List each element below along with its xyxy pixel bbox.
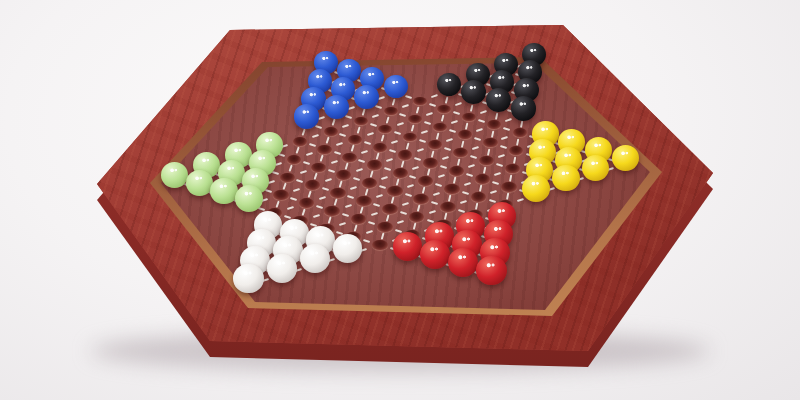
lattice-dash xyxy=(449,129,456,133)
hole[interactable] xyxy=(354,117,368,126)
lattice-dash xyxy=(296,179,303,183)
lattice-dash xyxy=(469,104,473,111)
lattice-dash xyxy=(313,172,317,179)
lattice-dash xyxy=(389,149,396,153)
lattice-dash xyxy=(412,222,416,229)
lattice-dash xyxy=(417,204,421,211)
lattice-dash xyxy=(416,148,423,152)
lattice-dash xyxy=(448,194,452,201)
lattice-dash xyxy=(428,210,435,214)
lattice-dash xyxy=(410,124,414,131)
lattice-dash xyxy=(431,94,438,98)
lattice-dash xyxy=(368,221,375,225)
marble-white[interactable] xyxy=(267,254,297,283)
lattice-dash xyxy=(295,147,300,154)
lattice-dash xyxy=(342,124,349,128)
lattice-dash xyxy=(468,164,475,168)
lattice-dash xyxy=(327,216,331,223)
lattice-dash xyxy=(444,147,451,151)
lattice-dash xyxy=(345,115,352,119)
hole[interactable] xyxy=(342,153,357,162)
marble-red[interactable] xyxy=(476,256,506,285)
lattice-dash xyxy=(426,112,433,116)
lattice-dash xyxy=(501,136,508,140)
hole[interactable] xyxy=(373,143,387,152)
hole[interactable] xyxy=(413,97,427,105)
lattice-dash xyxy=(465,122,469,129)
lattice-dash xyxy=(376,194,383,198)
lattice-dash xyxy=(344,162,348,169)
lattice-dash xyxy=(503,127,510,131)
lattice-dash xyxy=(380,232,384,239)
lattice-dash xyxy=(375,152,379,159)
lattice-dash xyxy=(386,158,393,162)
lattice-dash xyxy=(409,175,416,179)
lattice-dash xyxy=(353,177,360,181)
marble-white[interactable] xyxy=(233,264,263,293)
lattice-dash xyxy=(391,140,398,144)
hole[interactable] xyxy=(382,204,398,214)
lattice-dash xyxy=(369,123,376,127)
lattice-dash xyxy=(516,138,520,145)
lattice-dash xyxy=(275,201,280,208)
lattice-dash xyxy=(350,144,354,151)
lattice-dash xyxy=(364,141,371,145)
lattice-dash xyxy=(319,196,326,200)
hole[interactable] xyxy=(505,164,520,173)
lattice-dash xyxy=(301,129,306,136)
lattice-dash xyxy=(371,212,378,216)
lattice-dash xyxy=(520,120,524,127)
lattice-dash xyxy=(312,134,319,138)
hole[interactable] xyxy=(408,115,422,124)
hole[interactable] xyxy=(299,198,315,208)
lattice-dash xyxy=(372,114,379,118)
marble-black[interactable] xyxy=(486,88,511,112)
lattice-dash xyxy=(381,176,388,180)
lattice-dash xyxy=(402,202,409,206)
lattice-dash xyxy=(385,214,389,221)
lattice-dash xyxy=(412,166,419,170)
lattice-dash xyxy=(505,192,509,199)
marble-black[interactable] xyxy=(461,80,486,104)
lattice-dash xyxy=(462,191,469,195)
hole[interactable] xyxy=(311,163,326,172)
lattice-dash xyxy=(359,206,363,213)
hole[interactable] xyxy=(483,138,497,147)
lattice-dash xyxy=(433,192,440,196)
lattice-dash xyxy=(288,165,293,172)
lattice-dash xyxy=(478,119,485,123)
lattice-dash xyxy=(315,125,322,129)
lattice-dash xyxy=(378,185,385,189)
lattice-dash xyxy=(464,182,471,186)
lattice-dash xyxy=(431,201,438,205)
marble-green[interactable] xyxy=(210,178,238,205)
lattice-dash xyxy=(509,174,513,181)
lattice-dash xyxy=(466,173,473,177)
lattice-dash xyxy=(479,184,483,191)
lattice-dash xyxy=(517,198,524,202)
hole[interactable] xyxy=(403,133,417,142)
lattice-dash xyxy=(486,148,490,155)
lattice-dash xyxy=(472,146,479,150)
lattice-dash xyxy=(513,156,517,163)
lattice-dash xyxy=(316,205,323,209)
lattice-dash xyxy=(445,96,449,103)
hole[interactable] xyxy=(336,170,351,179)
lattice-dash xyxy=(391,98,395,105)
lattice-dash xyxy=(364,188,368,195)
lattice-dash xyxy=(490,130,494,137)
lattice-dash xyxy=(452,176,456,183)
hole[interactable] xyxy=(305,180,320,190)
marble-blue[interactable] xyxy=(354,85,379,109)
hole[interactable] xyxy=(453,148,468,157)
lattice-dash xyxy=(306,152,313,156)
lattice-dash xyxy=(475,202,479,209)
lattice-dash xyxy=(370,170,374,177)
lattice-dash xyxy=(375,105,382,109)
lattice-dash xyxy=(318,116,325,120)
lattice-dash xyxy=(419,139,426,143)
lattice-dash xyxy=(327,169,334,173)
lattice-dash xyxy=(301,208,305,215)
lattice-dash xyxy=(339,133,346,137)
marble-white[interactable] xyxy=(333,234,362,263)
hole[interactable] xyxy=(287,155,302,164)
lattice-dash xyxy=(384,167,391,171)
lattice-dash xyxy=(442,156,449,160)
lattice-dash xyxy=(492,181,499,185)
lattice-dash xyxy=(421,130,428,134)
hole[interactable] xyxy=(433,123,447,132)
lattice-dash xyxy=(332,118,336,125)
lattice-dash xyxy=(365,230,372,234)
lattice-dash xyxy=(282,183,287,190)
hole[interactable] xyxy=(324,127,338,136)
marble-blue[interactable] xyxy=(324,95,349,119)
lattice-dash xyxy=(505,118,512,122)
hole[interactable] xyxy=(280,173,295,182)
hole[interactable] xyxy=(444,184,459,194)
lattice-dash xyxy=(459,200,466,204)
hole[interactable] xyxy=(418,176,433,186)
lattice-dash xyxy=(461,140,465,147)
lattice-dash xyxy=(444,212,448,219)
lattice-dash xyxy=(490,190,497,194)
hole[interactable] xyxy=(387,186,402,196)
hole[interactable] xyxy=(362,178,377,188)
lattice-dash xyxy=(453,111,460,115)
hole[interactable] xyxy=(393,168,408,177)
lattice-dash xyxy=(431,150,435,157)
hole[interactable] xyxy=(440,202,456,212)
hole[interactable] xyxy=(513,128,527,137)
lattice-dash xyxy=(405,142,409,149)
hole[interactable] xyxy=(413,194,429,204)
lattice-dash xyxy=(426,168,430,175)
lattice-dash xyxy=(336,142,343,146)
hole[interactable] xyxy=(377,222,393,232)
lattice-dash xyxy=(440,114,444,121)
lattice-dash xyxy=(355,168,362,172)
lattice-dash xyxy=(319,154,323,161)
hole[interactable] xyxy=(273,190,288,200)
hole[interactable] xyxy=(487,120,501,129)
lattice-dash xyxy=(494,112,498,119)
lattice-dash xyxy=(293,188,300,192)
lattice-dash xyxy=(344,204,351,208)
lattice-dash xyxy=(394,131,401,135)
hole[interactable] xyxy=(348,135,362,144)
hole[interactable] xyxy=(501,182,516,192)
marble-red[interactable] xyxy=(448,248,478,277)
hole[interactable] xyxy=(324,206,340,216)
lattice-dash xyxy=(348,106,355,110)
lattice-dash xyxy=(470,155,477,159)
hole[interactable] xyxy=(356,196,372,206)
lattice-dash xyxy=(268,180,275,184)
lattice-dash xyxy=(435,132,439,139)
lattice-dash xyxy=(440,165,447,169)
lattice-dash xyxy=(446,138,453,142)
lattice-dash xyxy=(494,172,501,176)
lattice-dash xyxy=(424,121,431,125)
lattice-dash xyxy=(363,239,370,243)
lattice-dash xyxy=(339,222,346,226)
lattice-dash xyxy=(428,103,435,107)
hole[interactable] xyxy=(367,160,382,169)
lattice-dash xyxy=(483,166,487,173)
lattice-dash xyxy=(474,137,481,141)
lattice-dash xyxy=(347,195,354,199)
lattice-dash xyxy=(265,189,272,193)
lattice-dash xyxy=(303,161,310,165)
lattice-dash xyxy=(350,186,357,190)
lattice-dash xyxy=(290,197,297,201)
hole[interactable] xyxy=(409,212,425,222)
marble-white[interactable] xyxy=(300,244,330,273)
marble-green[interactable] xyxy=(186,170,213,196)
marble-yellow[interactable] xyxy=(612,145,639,171)
lattice-dash xyxy=(307,190,311,197)
lattice-dash xyxy=(396,122,403,126)
lattice-dash xyxy=(488,199,495,203)
lattice-dash xyxy=(402,104,409,108)
lattice-dash xyxy=(404,95,411,99)
lattice-dash xyxy=(390,196,394,203)
lattice-dash xyxy=(435,183,442,187)
lattice-dash xyxy=(380,134,384,141)
hole[interactable] xyxy=(449,166,464,175)
lattice-dash xyxy=(496,163,503,167)
lattice-dash xyxy=(333,198,337,205)
lattice-dash xyxy=(326,136,330,143)
lattice-dash xyxy=(356,126,360,133)
lattice-dash xyxy=(367,132,374,136)
lattice-dash xyxy=(498,154,505,158)
hole[interactable] xyxy=(458,130,472,139)
hole[interactable] xyxy=(462,113,476,122)
lattice-dash xyxy=(397,220,404,224)
lattice-dash xyxy=(414,157,421,161)
hole[interactable] xyxy=(398,150,413,159)
hole[interactable] xyxy=(330,188,345,198)
lattice-dash xyxy=(404,193,411,197)
lattice-dash xyxy=(309,143,316,147)
lattice-dash xyxy=(342,213,349,217)
hole[interactable] xyxy=(378,125,392,134)
marble-yellow[interactable] xyxy=(582,155,609,181)
hole[interactable] xyxy=(384,107,398,115)
hole[interactable] xyxy=(437,105,451,113)
lattice-dash xyxy=(299,170,306,174)
hole[interactable] xyxy=(293,137,307,146)
hole[interactable] xyxy=(423,158,438,167)
lattice-dash xyxy=(400,211,407,215)
lattice-dash xyxy=(313,214,320,218)
lattice-dash xyxy=(386,116,390,123)
lattice-dash xyxy=(500,145,507,149)
lattice-dash xyxy=(415,106,419,113)
lattice-dash xyxy=(324,178,331,182)
hole[interactable] xyxy=(372,240,388,251)
lattice-dash xyxy=(437,174,444,178)
marble-yellow[interactable] xyxy=(522,175,550,202)
lattice-dash xyxy=(330,160,337,164)
lattice-dash xyxy=(362,108,366,115)
lattice-dash xyxy=(422,186,426,193)
hole[interactable] xyxy=(351,214,367,224)
lattice-dash xyxy=(322,187,329,191)
hole-and-marble-layer xyxy=(0,0,800,400)
lattice-dash xyxy=(455,102,462,106)
lattice-dash xyxy=(354,224,358,231)
lattice-dash xyxy=(407,184,414,188)
lattice-dash xyxy=(480,110,487,114)
hole[interactable] xyxy=(475,174,490,184)
marble-red[interactable] xyxy=(420,240,450,269)
lattice-dash xyxy=(339,180,343,187)
marble-red[interactable] xyxy=(393,232,422,261)
lattice-dash xyxy=(399,113,406,117)
lattice-dash xyxy=(333,151,340,155)
hole[interactable] xyxy=(479,156,494,165)
chinese-checkers-scene xyxy=(0,0,800,400)
hole[interactable] xyxy=(428,140,442,149)
lattice-dash xyxy=(287,206,294,210)
marble-black[interactable] xyxy=(511,96,536,121)
hole[interactable] xyxy=(509,146,524,155)
lattice-dash xyxy=(456,158,460,165)
hole[interactable] xyxy=(471,192,487,202)
lattice-dash xyxy=(373,203,380,207)
lattice-dash xyxy=(361,150,368,154)
lattice-dash xyxy=(358,159,365,163)
hole[interactable] xyxy=(317,145,331,154)
lattice-dash xyxy=(451,120,458,124)
marble-yellow[interactable] xyxy=(552,165,580,192)
lattice-dash xyxy=(400,160,404,167)
lattice-dash xyxy=(476,128,483,132)
lattice-dash xyxy=(395,178,399,185)
